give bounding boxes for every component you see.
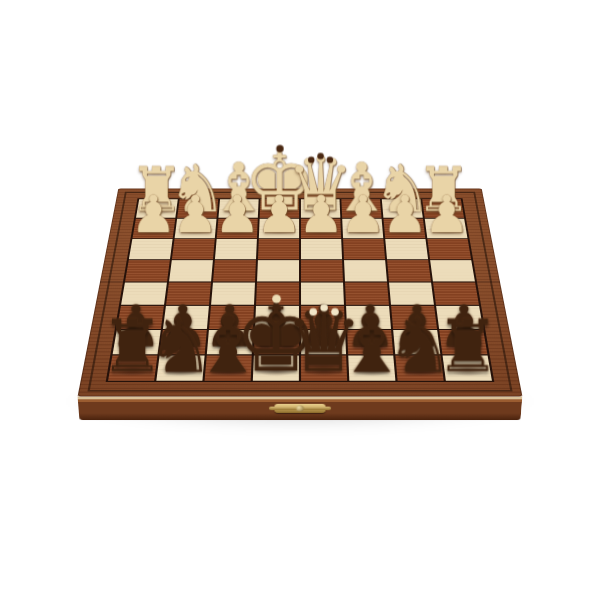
square-a3 <box>427 239 471 259</box>
square-e3 <box>258 239 299 259</box>
white-pawn-a2: ♟ <box>424 189 470 240</box>
black-rook-h8: ♜ <box>100 311 164 383</box>
square-a4 <box>430 260 475 281</box>
chess-scene: ♜♞♝♚♛♝♞♜♟♟♟♟♟♟♟♟♟♟♟♟♟♟♟♟♜♞♝♚♛♝♞♜ <box>100 82 500 482</box>
white-pawn-e2: ♟ <box>256 189 302 240</box>
white-pawn-d2: ♟ <box>298 189 344 240</box>
square-g3 <box>172 239 215 259</box>
square-g2: ♟ <box>175 219 217 238</box>
square-h4 <box>125 260 170 281</box>
square-c4 <box>344 260 387 281</box>
white-pawn-c2: ♟ <box>340 189 386 240</box>
square-e4 <box>257 260 299 281</box>
black-rook-a8: ♜ <box>436 311 500 383</box>
square-c2: ♟ <box>342 219 383 238</box>
square-a2: ♟ <box>425 219 468 238</box>
white-pawn-f2: ♟ <box>214 189 260 240</box>
white-pawn-g2: ♟ <box>172 189 218 240</box>
white-pawn-b2: ♟ <box>382 189 428 240</box>
white-pawn-h2: ♟ <box>130 189 176 240</box>
square-c3 <box>343 239 385 259</box>
square-h3 <box>129 239 173 259</box>
square-f2: ♟ <box>217 219 258 238</box>
box-front-side <box>78 397 523 421</box>
square-d4 <box>301 260 343 281</box>
photo-stage: ♜♞♝♚♛♝♞♜♟♟♟♟♟♟♟♟♟♟♟♟♟♟♟♟♜♞♝♚♛♝♞♜ <box>0 0 600 600</box>
square-b4 <box>387 260 431 281</box>
square-b2: ♟ <box>383 219 425 238</box>
square-d3 <box>301 239 342 259</box>
square-f4 <box>213 260 256 281</box>
square-e2: ♟ <box>259 219 299 238</box>
board-3d: ♜♞♝♚♛♝♞♜♟♟♟♟♟♟♟♟♟♟♟♟♟♟♟♟♜♞♝♚♛♝♞♜ <box>78 188 523 396</box>
board-frame: ♜♞♝♚♛♝♞♜♟♟♟♟♟♟♟♟♟♟♟♟♟♟♟♟♜♞♝♚♛♝♞♜ <box>78 188 523 396</box>
square-a8: ♜ <box>443 355 492 380</box>
square-d2: ♟ <box>301 219 341 238</box>
square-h8: ♜ <box>108 355 157 380</box>
square-b3 <box>385 239 428 259</box>
square-f3 <box>215 239 257 259</box>
brass-clasp <box>274 404 325 413</box>
square-h2: ♟ <box>133 219 176 238</box>
square-g4 <box>169 260 213 281</box>
board-grid: ♜♞♝♚♛♝♞♜♟♟♟♟♟♟♟♟♟♟♟♟♟♟♟♟♜♞♝♚♛♝♞♜ <box>106 198 495 382</box>
